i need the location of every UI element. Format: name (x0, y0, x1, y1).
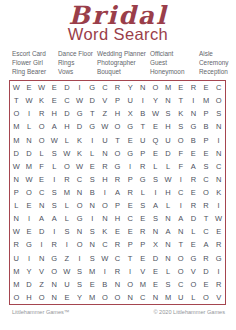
grid-cell[interactable]: O (10, 291, 23, 304)
grid-cell[interactable]: F (174, 160, 187, 173)
grid-cell[interactable]: I (174, 173, 187, 186)
grid-cell[interactable]: H (162, 120, 175, 133)
grid-cell[interactable]: G (86, 81, 99, 94)
grid-cell[interactable]: S (61, 225, 74, 238)
grid-cell[interactable]: N (99, 147, 112, 160)
grid-cell[interactable]: S (200, 160, 213, 173)
grid-cell[interactable]: P (111, 199, 124, 212)
grid-cell[interactable]: G (73, 107, 86, 120)
grid-cell[interactable]: E (187, 186, 200, 199)
grid-cell[interactable]: H (23, 291, 36, 304)
grid-cell[interactable]: O (35, 291, 48, 304)
grid-cell[interactable]: T (174, 94, 187, 107)
grid-cell[interactable]: N (162, 212, 175, 225)
grid-cell[interactable]: N (162, 238, 175, 251)
grid-cell[interactable]: K (73, 147, 86, 160)
grid-cell[interactable]: E (212, 225, 225, 238)
grid-cell[interactable]: Z (61, 252, 74, 265)
grid-cell[interactable]: E (61, 291, 74, 304)
grid-cell[interactable]: I (23, 252, 36, 265)
grid-cell[interactable]: M (162, 81, 175, 94)
grid-cell[interactable]: H (61, 120, 74, 133)
page: Bridal Word Search Escort CardFlower Gir… (0, 0, 236, 330)
grid-cell[interactable]: U (61, 278, 74, 291)
grid-cell[interactable]: S (86, 225, 99, 238)
grid-cell[interactable]: S (162, 278, 175, 291)
grid-cell[interactable]: N (73, 186, 86, 199)
grid-cell[interactable]: R (136, 225, 149, 238)
grid-cell[interactable]: S (73, 278, 86, 291)
grid-cell[interactable]: R (111, 265, 124, 278)
word-list-item: Wedding Planner (97, 49, 150, 58)
grid-cell[interactable]: C (174, 278, 187, 291)
grid-cell[interactable]: O (99, 291, 112, 304)
grid-cell[interactable]: V (212, 291, 225, 304)
grid-cell[interactable]: H (99, 173, 112, 186)
grid-cell[interactable]: R (10, 238, 23, 251)
grid-cell[interactable]: D (35, 225, 48, 238)
grid-cell[interactable]: C (99, 238, 112, 251)
grid-cell[interactable]: R (124, 186, 137, 199)
word-list-item: Bouquet (97, 67, 150, 76)
grid-cell[interactable]: O (174, 265, 187, 278)
grid-cell[interactable]: W (10, 81, 23, 94)
grid-cell[interactable]: C (212, 160, 225, 173)
grid-cell[interactable]: M (86, 291, 99, 304)
grid-cell[interactable]: N (73, 225, 86, 238)
puzzle-grid: WEWEDIGCRYNOMERECTWKECWDVPUIYNTIMOOIRHDG… (9, 80, 226, 305)
grid-cell[interactable]: M (162, 291, 175, 304)
grid-cell[interactable]: W (73, 160, 86, 173)
grid-cell[interactable]: E (200, 147, 213, 160)
grid-cell[interactable]: Y (124, 81, 137, 94)
grid-cell[interactable]: O (200, 291, 213, 304)
grid-cell[interactable]: E (48, 81, 61, 94)
word-list-item: Vows (58, 67, 97, 76)
grid-cell[interactable]: S (86, 173, 99, 186)
grid-cell[interactable]: W (10, 225, 23, 238)
grid-cell[interactable]: I (187, 94, 200, 107)
grid-cell[interactable]: O (73, 238, 86, 251)
grid-cell[interactable]: O (111, 120, 124, 133)
grid-cell[interactable]: E (23, 199, 36, 212)
grid-cell[interactable]: P (136, 147, 149, 160)
grid-cell[interactable]: C (200, 173, 213, 186)
grid-cell[interactable]: X (149, 238, 162, 251)
grid-cell[interactable]: R (200, 252, 213, 265)
grid-cell[interactable]: R (35, 107, 48, 120)
grid-cell[interactable]: N (10, 173, 23, 186)
grid-cell[interactable]: W (212, 212, 225, 225)
grid-cell[interactable]: I (149, 186, 162, 199)
grid-cell[interactable]: C (61, 94, 74, 107)
grid-cell[interactable]: K (212, 186, 225, 199)
grid-cell[interactable]: R (200, 199, 213, 212)
grid-cell[interactable]: E (124, 199, 137, 212)
grid-cell[interactable]: S (149, 173, 162, 186)
grid-cell[interactable]: W (61, 265, 74, 278)
grid-cell[interactable]: T (200, 212, 213, 225)
grid-cell[interactable]: E (200, 278, 213, 291)
grid-cell[interactable]: S (174, 120, 187, 133)
grid-cell[interactable]: O (35, 120, 48, 133)
grid-cell[interactable]: E (111, 225, 124, 238)
grid-cell[interactable]: B (200, 120, 213, 133)
grid-cell[interactable]: I (136, 94, 149, 107)
grid-cell[interactable]: A (48, 120, 61, 133)
grid-cell[interactable]: N (48, 278, 61, 291)
grid-cell[interactable]: R (187, 81, 200, 94)
grid-cell[interactable]: S (149, 212, 162, 225)
grid-cell[interactable]: R (187, 199, 200, 212)
word-list-column: Escort CardFlower GirlRing Bearer (12, 49, 58, 76)
grid-cell[interactable]: P (124, 238, 137, 251)
grid-cell[interactable]: N (86, 238, 99, 251)
word-list-item: Guest (150, 58, 199, 67)
grid-cell[interactable]: W (61, 147, 74, 160)
grid-cell[interactable]: G (212, 252, 225, 265)
grid-cell[interactable]: R (212, 238, 225, 251)
grid-cell[interactable]: G (73, 212, 86, 225)
grid-cell[interactable]: I (23, 212, 36, 225)
grid-cell[interactable]: U (162, 133, 175, 146)
grid-cell[interactable]: V (136, 265, 149, 278)
grid-cell[interactable]: S (136, 199, 149, 212)
grid-cell[interactable]: R (99, 160, 112, 173)
grid-cell[interactable]: L (136, 186, 149, 199)
grid-cell[interactable]: M (136, 278, 149, 291)
grid-cell[interactable]: O (10, 107, 23, 120)
grid-cell[interactable]: X (124, 107, 137, 120)
grid-cell[interactable]: I (73, 81, 86, 94)
grid-cell[interactable]: Z (35, 278, 48, 291)
grid-cell[interactable]: S (212, 107, 225, 120)
grid-cell[interactable]: G (136, 173, 149, 186)
grid-cell[interactable]: P (124, 173, 137, 186)
grid-cell[interactable]: R (61, 173, 74, 186)
grid-cell[interactable]: O (111, 291, 124, 304)
grid-cell[interactable]: Y (149, 94, 162, 107)
grid-cell[interactable]: W (99, 120, 112, 133)
grid-cell[interactable]: L (23, 120, 36, 133)
grid-cell[interactable]: I (48, 173, 61, 186)
grid-cell[interactable]: E (136, 212, 149, 225)
grid-cell[interactable]: C (73, 173, 86, 186)
grid-cell[interactable]: H (162, 186, 175, 199)
grid-cell[interactable]: P (10, 186, 23, 199)
grid-cell[interactable]: U (10, 252, 23, 265)
grid-cell[interactable]: Y (23, 265, 36, 278)
grid-cell[interactable]: O (111, 147, 124, 160)
grid-cell[interactable]: A (187, 160, 200, 173)
grid-cell[interactable]: M (10, 133, 23, 146)
grid-cell[interactable]: L (149, 160, 162, 173)
grid-cell[interactable]: A (162, 225, 175, 238)
grid-cell[interactable]: V (187, 265, 200, 278)
grid-cell[interactable]: N (10, 212, 23, 225)
footer-copyright: © 2020 Littlehammer Games (153, 309, 225, 315)
grid-cell[interactable]: E (149, 278, 162, 291)
grid-cell[interactable]: K (35, 94, 48, 107)
grid-cell[interactable]: Q (149, 133, 162, 146)
grid-cell[interactable]: P (111, 94, 124, 107)
grid-cell[interactable]: O (23, 186, 36, 199)
grid-cell[interactable]: V (99, 94, 112, 107)
grid-cell[interactable]: W (149, 107, 162, 120)
grid-cell[interactable]: D (61, 81, 74, 94)
grid-cell[interactable]: D (149, 252, 162, 265)
grid-cell[interactable]: N (23, 133, 36, 146)
grid-cell[interactable]: T (124, 252, 137, 265)
grid-cell[interactable]: D (61, 107, 74, 120)
grid-cell[interactable]: E (23, 81, 36, 94)
grid-cell[interactable]: A (200, 238, 213, 251)
grid-cell[interactable]: L (61, 199, 74, 212)
grid-cell[interactable]: E (187, 238, 200, 251)
grid-cell[interactable]: L (187, 225, 200, 238)
grid-cell[interactable]: E (149, 265, 162, 278)
grid-cell[interactable]: E (124, 133, 137, 146)
title-main: Word Search (0, 26, 236, 43)
grid-cell[interactable]: I (48, 225, 61, 238)
grid-cell[interactable]: A (35, 212, 48, 225)
grid-cell[interactable]: G (48, 252, 61, 265)
grid-cell[interactable]: I (86, 133, 99, 146)
grid-cell[interactable]: N (86, 199, 99, 212)
grid-cell[interactable]: N (212, 173, 225, 186)
word-list-item: Dance Floor (58, 49, 97, 58)
grid-cell[interactable]: G (187, 120, 200, 133)
grid-cell[interactable]: O (187, 278, 200, 291)
grid-cell[interactable]: O (200, 186, 213, 199)
grid-cell[interactable]: C (200, 225, 213, 238)
grid-cell[interactable]: S (162, 107, 175, 120)
grid-cell[interactable]: B (99, 278, 112, 291)
grid-cell[interactable]: P (200, 133, 213, 146)
grid-cell[interactable]: O (48, 265, 61, 278)
grid-cell[interactable]: I (35, 238, 48, 251)
grid-cell[interactable]: N (48, 291, 61, 304)
grid-cell[interactable]: I (86, 212, 99, 225)
grid-cell[interactable]: L (48, 160, 61, 173)
grid-cell[interactable]: G (124, 120, 137, 133)
grid-cell[interactable]: E (35, 173, 48, 186)
grid-cell[interactable]: F (35, 160, 48, 173)
grid-cell[interactable]: N (35, 252, 48, 265)
grid-cell[interactable]: W (23, 173, 36, 186)
grid-cell[interactable]: M (10, 278, 23, 291)
grid-cell[interactable]: A (149, 199, 162, 212)
grid-cell[interactable]: N (111, 278, 124, 291)
grid-cell[interactable]: O (61, 160, 74, 173)
grid-cell[interactable]: E (187, 147, 200, 160)
grid-cell[interactable]: L (61, 212, 74, 225)
grid-cell[interactable]: D (23, 147, 36, 160)
grid-cell[interactable]: M (86, 265, 99, 278)
grid-cell[interactable]: M (61, 186, 74, 199)
grid-cell[interactable]: O (149, 81, 162, 94)
grid-cell[interactable]: T (174, 238, 187, 251)
grid-cell[interactable]: P (136, 238, 149, 251)
grid-cell[interactable]: R (212, 278, 225, 291)
grid-cell[interactable]: I (212, 265, 225, 278)
grid-cell[interactable]: K (99, 225, 112, 238)
grid-cell[interactable]: I (61, 238, 74, 251)
grid-cell[interactable]: T (136, 120, 149, 133)
grid-cell[interactable]: B (187, 133, 200, 146)
grid-cell[interactable]: L (162, 160, 175, 173)
grid-cell[interactable]: W (73, 94, 86, 107)
grid-cell[interactable]: U (174, 291, 187, 304)
grid-cell[interactable]: R (111, 238, 124, 251)
grid-cell[interactable]: E (124, 225, 137, 238)
grid-cell[interactable]: Z (99, 107, 112, 120)
grid-cell[interactable]: N (35, 199, 48, 212)
grid-cell[interactable]: S (48, 186, 61, 199)
grid-cell[interactable]: O (174, 133, 187, 146)
grid-cell[interactable]: M (10, 120, 23, 133)
grid-cell[interactable]: N (187, 107, 200, 120)
grid-cell[interactable]: E (23, 225, 36, 238)
grid-cell[interactable]: I (124, 160, 137, 173)
grid-cell[interactable]: G (23, 238, 36, 251)
grid-cell[interactable]: G (124, 147, 137, 160)
grid-cell[interactable]: O (212, 94, 225, 107)
grid-cell[interactable]: O (174, 252, 187, 265)
grid-cell[interactable]: I (73, 252, 86, 265)
grid-cell[interactable]: G (111, 160, 124, 173)
grid-cell[interactable]: W (162, 173, 175, 186)
grid-cell[interactable]: P (200, 107, 213, 120)
grid-cell[interactable]: C (35, 186, 48, 199)
grid-cell[interactable]: C (212, 81, 225, 94)
grid-cell[interactable]: R (187, 173, 200, 186)
grid-cell[interactable]: I (124, 265, 137, 278)
grid-cell[interactable]: E (149, 147, 162, 160)
grid-cell[interactable]: S (86, 252, 99, 265)
grid-cell[interactable]: I (99, 265, 112, 278)
grid-cell[interactable]: L (187, 291, 200, 304)
grid-cell[interactable]: U (124, 94, 137, 107)
grid-cell[interactable]: R (136, 160, 149, 173)
grid-cell[interactable]: S (48, 147, 61, 160)
grid-cell[interactable]: I (174, 199, 187, 212)
grid-cell[interactable]: B (136, 107, 149, 120)
grid-cell[interactable]: R (111, 81, 124, 94)
grid-cell[interactable]: I (212, 133, 225, 146)
grid-cell[interactable]: L (35, 147, 48, 160)
grid-cell[interactable]: H (48, 107, 61, 120)
grid-cell[interactable]: D (73, 120, 86, 133)
grid-cell[interactable]: M (10, 265, 23, 278)
grid-cell[interactable]: E (48, 94, 61, 107)
grid-cell[interactable]: N (212, 147, 225, 160)
grid-cell[interactable]: N (174, 225, 187, 238)
grid-cell[interactable]: W (23, 94, 36, 107)
grid-cell[interactable]: W (35, 81, 48, 94)
grid-cell[interactable]: N (99, 212, 112, 225)
grid-cell[interactable]: I (99, 186, 112, 199)
grid-cell[interactable]: O (99, 199, 112, 212)
grid-cell[interactable]: I (23, 107, 36, 120)
grid-cell[interactable]: E (174, 81, 187, 94)
grid-cell[interactable]: C (174, 186, 187, 199)
grid-cell[interactable]: H (111, 107, 124, 120)
grid-cell[interactable]: E (86, 160, 99, 173)
grid-cell[interactable]: N (149, 225, 162, 238)
grid-cell[interactable]: W (48, 133, 61, 146)
grid-cell[interactable]: T (10, 94, 23, 107)
grid-cell[interactable]: A (174, 212, 187, 225)
word-list-item: Escort Card (12, 49, 58, 58)
grid-cell[interactable]: L (10, 199, 23, 212)
grid-cell[interactable]: T (86, 107, 99, 120)
grid-cell[interactable]: L (61, 133, 74, 146)
grid-cell[interactable]: E (200, 81, 213, 94)
grid-cell[interactable]: N (136, 81, 149, 94)
grid-cell[interactable]: L (86, 147, 99, 160)
grid-cell[interactable]: F (174, 147, 187, 160)
grid-cell[interactable]: I (212, 199, 225, 212)
grid-cell[interactable]: A (111, 186, 124, 199)
grid-cell[interactable]: Y (73, 291, 86, 304)
grid-cell[interactable]: A (48, 212, 61, 225)
grid-cell[interactable]: E (136, 252, 149, 265)
grid-cell[interactable]: R (48, 238, 61, 251)
grid-cell[interactable]: S (73, 265, 86, 278)
grid-cell[interactable]: E (86, 278, 99, 291)
grid-cell[interactable]: U (99, 133, 112, 146)
grid-cell[interactable]: U (136, 133, 149, 146)
grid-cell[interactable]: W (10, 160, 23, 173)
grid-cell[interactable]: D (23, 278, 36, 291)
grid-cell[interactable]: S (48, 199, 61, 212)
grid-cell[interactable]: E (149, 120, 162, 133)
grid-cell[interactable]: V (35, 265, 48, 278)
grid-cell[interactable]: K (174, 107, 187, 120)
grid-cell[interactable]: L (162, 265, 175, 278)
grid-cell[interactable]: N (162, 252, 175, 265)
grid-cell[interactable]: D (10, 147, 23, 160)
grid-cell[interactable]: G (187, 252, 200, 265)
grid-cell[interactable]: M (23, 160, 36, 173)
grid-cell[interactable]: K (73, 133, 86, 146)
grid-cell[interactable]: N (212, 120, 225, 133)
grid-cell[interactable]: N (162, 94, 175, 107)
grid-cell[interactable]: N (149, 291, 162, 304)
grid-cell[interactable]: O (73, 199, 86, 212)
grid-cell[interactable]: C (111, 252, 124, 265)
grid-cell[interactable]: C (99, 81, 112, 94)
grid-cell[interactable]: O (35, 133, 48, 146)
grid-cell[interactable]: L (162, 199, 175, 212)
grid-cell[interactable]: D (162, 147, 175, 160)
grid-cell[interactable]: C (136, 291, 149, 304)
grid-cell[interactable]: G (86, 120, 99, 133)
grid-cell[interactable]: C (124, 212, 137, 225)
grid-cell[interactable]: D (200, 265, 213, 278)
grid-cell[interactable]: H (111, 212, 124, 225)
grid-cell[interactable]: T (111, 133, 124, 146)
grid-cell[interactable]: D (187, 212, 200, 225)
grid-cell[interactable]: N (124, 291, 137, 304)
grid-cell[interactable]: B (86, 186, 99, 199)
grid-cell[interactable]: M (200, 94, 213, 107)
grid-cell[interactable]: R (111, 173, 124, 186)
grid-cell[interactable]: O (124, 278, 137, 291)
grid-cell[interactable]: W (99, 252, 112, 265)
grid-cell[interactable]: D (86, 94, 99, 107)
